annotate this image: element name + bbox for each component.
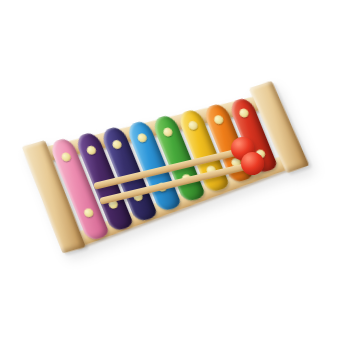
product-photo [0,0,360,360]
key-knob [162,127,174,138]
key-knob [60,151,72,162]
xylophone [27,74,308,251]
key-knob [213,114,225,125]
mallet-ball [241,152,264,175]
key-knob [85,145,97,156]
key-knob [238,108,250,119]
key-knob [83,207,95,218]
key-knob [187,120,199,131]
key-bars [27,74,308,251]
key-knob [111,139,123,150]
key-knob [136,132,148,143]
